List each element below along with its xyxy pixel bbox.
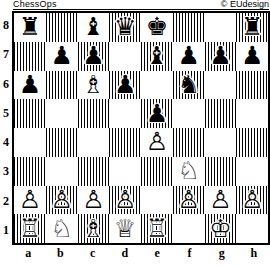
square-h4[interactable] [236,128,268,157]
square-b2[interactable]: ♙ [46,186,78,215]
chess-board: ♜♝♛♚♜♟♟♝♟♟♟♟♗♟♞♟♙♘♙♙♙♙♙♙♙♖♘♗♕♖♔ [12,11,270,245]
square-a7[interactable] [14,42,46,71]
piece-white-rook: ♖ [146,215,168,243]
square-e4[interactable]: ♙ [141,128,173,157]
file-label-f: f [173,246,205,261]
file-label-b: b [44,246,76,261]
piece-black-pawn: ♟ [50,42,72,70]
piece-black-pawn: ♟ [209,42,231,70]
square-c7[interactable]: ♟ [78,42,110,71]
piece-white-pawn: ♙ [241,186,263,214]
rank-labels: 87654321 [0,11,12,245]
square-d2[interactable]: ♙ [109,186,141,215]
square-d1[interactable]: ♕ [109,214,141,243]
square-b8[interactable] [46,13,78,42]
square-h3[interactable] [236,157,268,186]
piece-white-king: ♔ [209,215,231,243]
copyright-label: © EUdesign [221,0,269,9]
square-b5[interactable] [46,99,78,128]
piece-white-pawn: ♙ [209,186,231,214]
square-b6[interactable] [46,71,78,100]
piece-white-bishop: ♗ [82,71,104,99]
square-d3[interactable] [109,157,141,186]
piece-white-knight: ♘ [50,215,72,243]
piece-black-rook: ♜ [241,13,263,41]
piece-white-knight: ♘ [177,157,199,185]
square-c2[interactable]: ♙ [78,186,110,215]
square-e5[interactable]: ♟ [141,99,173,128]
square-b3[interactable] [46,157,78,186]
rank-label-3: 3 [0,157,12,186]
square-d5[interactable] [109,99,141,128]
square-e1[interactable]: ♖ [141,214,173,243]
square-e7[interactable]: ♝ [141,42,173,71]
square-c6[interactable]: ♗ [78,71,110,100]
square-a1[interactable]: ♖ [14,214,46,243]
file-label-a: a [12,246,44,261]
square-a5[interactable] [14,99,46,128]
square-a4[interactable] [14,128,46,157]
piece-black-pawn: ♟ [82,42,104,70]
rank-label-6: 6 [0,70,12,99]
app-title: ChessOps [13,0,57,9]
square-e2[interactable] [141,186,173,215]
square-f5[interactable] [173,99,205,128]
rank-label-2: 2 [0,187,12,216]
square-h8[interactable]: ♜ [236,13,268,42]
piece-white-pawn: ♙ [177,186,199,214]
piece-white-pawn: ♙ [19,186,41,214]
square-a6[interactable]: ♟ [14,71,46,100]
square-b7[interactable]: ♟ [46,42,78,71]
square-h5[interactable] [236,99,268,128]
piece-white-bishop: ♗ [82,215,104,243]
square-c8[interactable]: ♝ [78,13,110,42]
square-e8[interactable]: ♚ [141,13,173,42]
square-g2[interactable]: ♙ [205,186,237,215]
piece-black-king: ♚ [146,13,168,41]
piece-black-pawn: ♟ [241,42,263,70]
file-label-c: c [77,246,109,261]
square-h1[interactable] [236,214,268,243]
square-a8[interactable]: ♜ [14,13,46,42]
piece-black-pawn: ♟ [19,71,41,99]
square-g6[interactable] [205,71,237,100]
chess-diagram: ChessOps © EUdesign 87654321 ♜♝♛♚♜♟♟♝♟♟♟… [0,0,270,270]
square-g8[interactable] [205,13,237,42]
piece-white-queen: ♕ [114,215,136,243]
square-f3[interactable]: ♘ [173,157,205,186]
piece-white-pawn: ♙ [82,186,104,214]
square-a3[interactable] [14,157,46,186]
square-d7[interactable] [109,42,141,71]
piece-black-bishop: ♝ [82,13,104,41]
piece-black-rook: ♜ [19,13,41,41]
square-c4[interactable] [78,128,110,157]
file-label-e: e [141,246,173,261]
square-f2[interactable]: ♙ [173,186,205,215]
square-d4[interactable] [109,128,141,157]
piece-black-bishop: ♝ [146,42,168,70]
rank-label-7: 7 [0,40,12,69]
rank-label-1: 1 [0,216,12,245]
square-h6[interactable] [236,71,268,100]
square-b4[interactable] [46,128,78,157]
rank-label-5: 5 [0,99,12,128]
square-g7[interactable]: ♟ [205,42,237,71]
square-h2[interactable]: ♙ [236,186,268,215]
square-g5[interactable] [205,99,237,128]
square-a2[interactable]: ♙ [14,186,46,215]
file-label-h: h [238,246,270,261]
file-label-d: d [109,246,141,261]
square-e3[interactable] [141,157,173,186]
piece-white-rook: ♖ [19,215,41,243]
square-f8[interactable] [173,13,205,42]
square-f1[interactable] [173,214,205,243]
piece-black-pawn: ♟ [177,42,199,70]
piece-white-pawn: ♙ [50,186,72,214]
file-labels: abcdefgh [12,246,270,260]
piece-white-pawn: ♙ [146,128,168,156]
piece-white-pawn: ♙ [114,186,136,214]
square-f4[interactable] [173,128,205,157]
square-c1[interactable]: ♗ [78,214,110,243]
square-b1[interactable]: ♘ [46,214,78,243]
square-g3[interactable] [205,157,237,186]
square-c5[interactable] [78,99,110,128]
square-c3[interactable] [78,157,110,186]
square-d8[interactable]: ♛ [109,13,141,42]
square-h7[interactable]: ♟ [236,42,268,71]
square-f7[interactable]: ♟ [173,42,205,71]
file-label-g: g [206,246,238,261]
piece-black-pawn: ♟ [146,100,168,128]
piece-black-pawn: ♟ [114,71,136,99]
square-e6[interactable] [141,71,173,100]
square-d6[interactable]: ♟ [109,71,141,100]
rank-label-4: 4 [0,128,12,157]
piece-black-knight: ♞ [177,71,199,99]
square-f6[interactable]: ♞ [173,71,205,100]
piece-black-queen: ♛ [114,13,136,41]
square-g4[interactable] [205,128,237,157]
title-bar: ChessOps © EUdesign [13,0,269,10]
square-g1[interactable]: ♔ [205,214,237,243]
rank-label-8: 8 [0,11,12,40]
